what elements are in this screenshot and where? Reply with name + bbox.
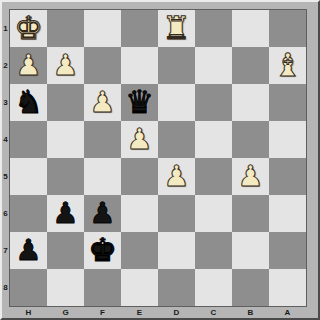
square-g8[interactable] xyxy=(47,269,84,306)
square-c5[interactable] xyxy=(195,158,232,195)
rank-label-8: 8 xyxy=(2,269,9,306)
square-a6[interactable] xyxy=(269,195,306,232)
square-h8[interactable] xyxy=(10,269,47,306)
square-g5[interactable] xyxy=(47,158,84,195)
square-d4[interactable] xyxy=(158,121,195,158)
file-label-h: H xyxy=(10,307,47,318)
file-label-g: G xyxy=(47,307,84,318)
square-d5[interactable]: ♟ xyxy=(158,158,195,195)
square-b3[interactable] xyxy=(232,84,269,121)
white-king[interactable]: ♚ xyxy=(14,10,43,47)
rank-label-1: 1 xyxy=(2,10,9,47)
square-e2[interactable] xyxy=(121,47,158,84)
square-a3[interactable] xyxy=(269,84,306,121)
white-bishop[interactable]: ♝ xyxy=(273,47,302,84)
black-pawn[interactable]: ♟ xyxy=(16,232,42,269)
square-e4[interactable]: ♟ xyxy=(121,121,158,158)
rank-label-5: 5 xyxy=(2,158,9,195)
file-label-d: D xyxy=(158,307,195,318)
square-e5[interactable] xyxy=(121,158,158,195)
black-king[interactable]: ♚ xyxy=(88,232,117,269)
square-b5[interactable]: ♟ xyxy=(232,158,269,195)
square-c4[interactable] xyxy=(195,121,232,158)
square-g7[interactable] xyxy=(47,232,84,269)
square-d3[interactable] xyxy=(158,84,195,121)
square-f3[interactable]: ♟ xyxy=(84,84,121,121)
square-e8[interactable] xyxy=(121,269,158,306)
square-g6[interactable]: ♟ xyxy=(47,195,84,232)
square-c1[interactable] xyxy=(195,10,232,47)
square-h3[interactable]: ♞ xyxy=(10,84,47,121)
square-d7[interactable] xyxy=(158,232,195,269)
chess-board: ♚♜♟♟♝♞♟♛♟♟♟♟♟♟♚ xyxy=(9,9,307,307)
square-a5[interactable] xyxy=(269,158,306,195)
square-d8[interactable] xyxy=(158,269,195,306)
black-pawn[interactable]: ♟ xyxy=(53,195,79,232)
white-rook[interactable]: ♜ xyxy=(162,10,191,47)
square-c3[interactable] xyxy=(195,84,232,121)
square-d2[interactable] xyxy=(158,47,195,84)
square-h4[interactable] xyxy=(10,121,47,158)
square-h2[interactable]: ♟ xyxy=(10,47,47,84)
white-pawn[interactable]: ♟ xyxy=(90,84,116,121)
square-b7[interactable] xyxy=(232,232,269,269)
square-c7[interactable] xyxy=(195,232,232,269)
square-h1[interactable]: ♚ xyxy=(10,10,47,47)
square-g1[interactable] xyxy=(47,10,84,47)
square-g2[interactable]: ♟ xyxy=(47,47,84,84)
square-a4[interactable] xyxy=(269,121,306,158)
file-label-c: C xyxy=(195,307,232,318)
square-b1[interactable] xyxy=(232,10,269,47)
square-f1[interactable] xyxy=(84,10,121,47)
white-pawn[interactable]: ♟ xyxy=(16,47,42,84)
white-pawn[interactable]: ♟ xyxy=(127,121,153,158)
rank-label-4: 4 xyxy=(2,121,9,158)
square-b8[interactable] xyxy=(232,269,269,306)
rank-label-3: 3 xyxy=(2,84,9,121)
square-e6[interactable] xyxy=(121,195,158,232)
square-d1[interactable]: ♜ xyxy=(158,10,195,47)
square-b2[interactable] xyxy=(232,47,269,84)
file-label-b: B xyxy=(232,307,269,318)
square-a1[interactable] xyxy=(269,10,306,47)
square-e3[interactable]: ♛ xyxy=(121,84,158,121)
square-a7[interactable] xyxy=(269,232,306,269)
rank-label-2: 2 xyxy=(2,47,9,84)
rank-label-6: 6 xyxy=(2,195,9,232)
square-g3[interactable] xyxy=(47,84,84,121)
white-pawn[interactable]: ♟ xyxy=(238,158,264,195)
square-f8[interactable] xyxy=(84,269,121,306)
square-f4[interactable] xyxy=(84,121,121,158)
black-pawn[interactable]: ♟ xyxy=(90,195,116,232)
black-queen[interactable]: ♛ xyxy=(125,84,154,121)
square-h5[interactable] xyxy=(10,158,47,195)
square-a2[interactable]: ♝ xyxy=(269,47,306,84)
square-f7[interactable]: ♚ xyxy=(84,232,121,269)
square-f5[interactable] xyxy=(84,158,121,195)
square-h7[interactable]: ♟ xyxy=(10,232,47,269)
square-e1[interactable] xyxy=(121,10,158,47)
square-b4[interactable] xyxy=(232,121,269,158)
file-label-e: E xyxy=(121,307,158,318)
file-label-a: A xyxy=(269,307,306,318)
square-f2[interactable] xyxy=(84,47,121,84)
square-d6[interactable] xyxy=(158,195,195,232)
chess-diagram-frame: ♚♜♟♟♝♞♟♛♟♟♟♟♟♟♚ 12345678 HGFEDCBA xyxy=(0,0,320,320)
square-c8[interactable] xyxy=(195,269,232,306)
square-c6[interactable] xyxy=(195,195,232,232)
rank-label-7: 7 xyxy=(2,232,9,269)
square-f6[interactable]: ♟ xyxy=(84,195,121,232)
square-a8[interactable] xyxy=(269,269,306,306)
square-e7[interactable] xyxy=(121,232,158,269)
file-label-f: F xyxy=(84,307,121,318)
square-h6[interactable] xyxy=(10,195,47,232)
square-g4[interactable] xyxy=(47,121,84,158)
square-b6[interactable] xyxy=(232,195,269,232)
square-c2[interactable] xyxy=(195,47,232,84)
white-pawn[interactable]: ♟ xyxy=(53,47,79,84)
white-pawn[interactable]: ♟ xyxy=(164,158,190,195)
black-knight[interactable]: ♞ xyxy=(14,84,43,121)
